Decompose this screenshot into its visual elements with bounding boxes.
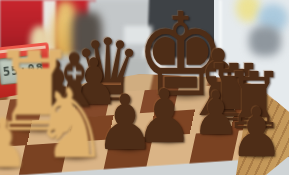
white-pawn[interactable]: ♟ xyxy=(0,110,29,175)
black-pawn[interactable]: ♟ xyxy=(230,99,284,167)
pieces-layer: ♚♛♟♟♝♝♜♜♜♟♟♟♟♞♟ xyxy=(0,0,289,175)
tournament-chess-photo: 55:08 ♚♛♟♟♝♝♜♜♜♟♟♟♟♞♟ xyxy=(0,0,289,175)
white-knight[interactable]: ♞ xyxy=(33,76,109,172)
